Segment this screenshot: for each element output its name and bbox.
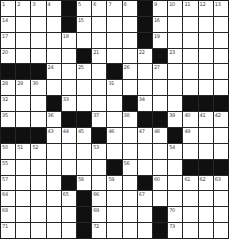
clue-number: 65 (63, 191, 69, 197)
clue-number: 2 (17, 1, 20, 7)
clue-number: 45 (78, 128, 84, 134)
clue-number: 37 (93, 112, 99, 118)
clue-number: 66 (93, 191, 99, 197)
white-cell[interactable] (138, 144, 152, 159)
clue-number: 28 (2, 80, 8, 86)
white-cell[interactable] (92, 96, 106, 111)
white-cell[interactable] (31, 223, 45, 238)
clue-number: 8 (124, 1, 127, 7)
clue-number: 4 (48, 1, 51, 7)
white-cell[interactable] (168, 191, 182, 206)
white-cell[interactable] (168, 80, 182, 95)
clue-number: 36 (48, 112, 54, 118)
white-cell[interactable] (168, 64, 182, 79)
white-cell[interactable] (77, 96, 91, 111)
clue-number: 51 (17, 144, 23, 150)
black-cell (16, 128, 30, 143)
white-cell[interactable]: 13 (214, 1, 228, 16)
white-cell[interactable] (77, 33, 91, 48)
clue-number: 24 (48, 64, 54, 70)
white-cell[interactable] (214, 144, 228, 159)
white-cell[interactable] (107, 112, 121, 127)
clue-number: 19 (154, 33, 160, 39)
white-cell[interactable] (123, 223, 137, 238)
clue-number: 38 (124, 112, 130, 118)
clue-number: 21 (93, 49, 99, 55)
white-cell[interactable]: 46 (107, 128, 121, 143)
white-cell[interactable]: 48 (153, 128, 167, 143)
white-cell[interactable] (123, 176, 137, 191)
black-cell (123, 96, 137, 111)
white-cell[interactable]: 69 (92, 207, 106, 222)
clue-number: 39 (169, 112, 175, 118)
black-cell (107, 64, 121, 79)
white-cell[interactable] (183, 64, 197, 79)
clue-number: 44 (63, 128, 69, 134)
black-cell (77, 207, 91, 222)
clue-number: 43 (48, 128, 54, 134)
white-cell[interactable] (123, 17, 137, 32)
white-cell[interactable]: 17 (1, 33, 15, 48)
white-cell[interactable] (47, 144, 61, 159)
black-cell (153, 49, 167, 64)
white-cell[interactable]: 28 (1, 80, 15, 95)
white-cell[interactable] (92, 160, 106, 175)
white-cell[interactable] (214, 17, 228, 32)
white-cell[interactable] (31, 176, 45, 191)
clue-number: 72 (93, 223, 99, 229)
clue-number: 16 (154, 17, 160, 23)
white-cell[interactable]: 8 (123, 1, 137, 16)
white-cell[interactable] (138, 64, 152, 79)
white-cell[interactable] (16, 191, 30, 206)
white-cell[interactable]: 26 (123, 64, 137, 79)
black-cell (31, 128, 45, 143)
white-cell[interactable]: 7 (107, 1, 121, 16)
crossword-puzzle: 1234567891011121314151617181920212223242… (0, 0, 229, 239)
white-cell[interactable] (31, 49, 45, 64)
white-cell[interactable] (77, 160, 91, 175)
clue-number: 33 (63, 96, 69, 102)
white-cell[interactable] (183, 17, 197, 32)
white-cell[interactable] (47, 49, 61, 64)
black-cell (62, 1, 76, 16)
white-cell[interactable] (168, 160, 182, 175)
white-cell[interactable]: 18 (62, 33, 76, 48)
white-cell[interactable] (214, 207, 228, 222)
black-cell (47, 96, 61, 111)
white-cell[interactable]: 64 (1, 191, 15, 206)
white-cell[interactable] (138, 207, 152, 222)
white-cell[interactable] (92, 17, 106, 32)
black-cell (153, 207, 167, 222)
white-cell[interactable]: 3 (31, 1, 45, 16)
white-cell[interactable]: 72 (92, 223, 106, 238)
white-cell[interactable]: 41 (199, 112, 213, 127)
black-cell (214, 96, 228, 111)
white-cell[interactable]: 29 (16, 80, 30, 95)
white-cell[interactable] (92, 64, 106, 79)
white-cell[interactable]: 54 (168, 144, 182, 159)
black-cell (16, 64, 30, 79)
white-cell[interactable] (123, 49, 137, 64)
white-cell[interactable]: 34 (138, 96, 152, 111)
white-cell[interactable] (153, 191, 167, 206)
black-cell (62, 17, 76, 32)
white-cell[interactable] (183, 144, 197, 159)
white-cell[interactable] (153, 96, 167, 111)
clue-number: 50 (2, 144, 8, 150)
white-cell[interactable]: 4 (47, 1, 61, 16)
clue-number: 73 (169, 223, 175, 229)
white-cell[interactable] (199, 80, 213, 95)
clue-number: 48 (154, 128, 160, 134)
white-cell[interactable] (92, 80, 106, 95)
clue-number: 52 (32, 144, 38, 150)
white-cell[interactable] (199, 17, 213, 32)
clue-number: 22 (139, 49, 145, 55)
clue-number: 1 (2, 1, 5, 7)
white-cell[interactable]: 35 (1, 112, 15, 127)
clue-number: 63 (215, 176, 221, 182)
white-cell[interactable]: 43 (47, 128, 61, 143)
white-cell[interactable]: 62 (199, 176, 213, 191)
white-cell[interactable]: 23 (168, 49, 182, 64)
white-cell[interactable]: 67 (138, 191, 152, 206)
white-cell[interactable]: 63 (214, 176, 228, 191)
black-cell (199, 160, 213, 175)
white-cell[interactable] (168, 176, 182, 191)
white-cell[interactable] (31, 33, 45, 48)
white-cell[interactable] (62, 64, 76, 79)
clue-number: 3 (32, 1, 35, 7)
clue-number: 31 (108, 80, 114, 86)
white-cell[interactable]: 2 (16, 1, 30, 16)
black-cell (62, 112, 76, 127)
black-cell (138, 176, 152, 191)
white-cell[interactable] (168, 96, 182, 111)
clue-number: 67 (139, 191, 145, 197)
white-cell[interactable]: 12 (199, 1, 213, 16)
white-cell[interactable] (62, 49, 76, 64)
clue-number: 18 (63, 33, 69, 39)
white-cell[interactable]: 21 (92, 49, 106, 64)
clue-number: 6 (93, 1, 96, 7)
white-cell[interactable] (183, 33, 197, 48)
white-cell[interactable]: 49 (183, 128, 197, 143)
white-cell[interactable] (199, 33, 213, 48)
black-cell (183, 96, 197, 111)
black-cell (107, 160, 121, 175)
white-cell[interactable] (31, 191, 45, 206)
white-cell[interactable] (92, 176, 106, 191)
white-cell[interactable] (107, 49, 121, 64)
white-cell[interactable]: 1 (1, 1, 15, 16)
clue-number: 13 (215, 1, 221, 7)
white-cell[interactable]: 73 (168, 223, 182, 238)
white-cell[interactable] (31, 96, 45, 111)
white-cell[interactable] (16, 176, 30, 191)
clue-number: 46 (108, 128, 114, 134)
white-cell[interactable] (168, 33, 182, 48)
black-cell (92, 128, 106, 143)
white-cell[interactable]: 19 (153, 33, 167, 48)
white-cell[interactable] (47, 223, 61, 238)
white-cell[interactable]: 5 (77, 1, 91, 16)
clue-number: 53 (93, 144, 99, 150)
white-cell[interactable] (16, 17, 30, 32)
clue-number: 32 (2, 96, 8, 102)
black-cell (153, 223, 167, 238)
white-cell[interactable] (199, 223, 213, 238)
white-cell[interactable] (62, 207, 76, 222)
white-cell[interactable] (16, 112, 30, 127)
clue-number: 7 (108, 1, 111, 7)
white-cell[interactable]: 40 (183, 112, 197, 127)
white-cell[interactable] (107, 223, 121, 238)
white-cell[interactable] (16, 207, 30, 222)
white-cell[interactable] (16, 96, 30, 111)
white-cell[interactable]: 42 (214, 112, 228, 127)
white-cell[interactable] (107, 207, 121, 222)
white-cell[interactable]: 22 (138, 49, 152, 64)
white-cell[interactable] (199, 207, 213, 222)
clue-number: 26 (124, 64, 130, 70)
black-cell (77, 49, 91, 64)
clue-number: 56 (124, 160, 130, 166)
clue-number: 47 (139, 128, 145, 134)
clue-number: 61 (184, 176, 190, 182)
clue-number: 14 (2, 17, 8, 23)
white-cell[interactable]: 31 (107, 80, 121, 95)
white-cell[interactable] (199, 128, 213, 143)
white-cell[interactable] (16, 33, 30, 48)
white-cell[interactable] (199, 144, 213, 159)
white-cell[interactable] (47, 207, 61, 222)
white-cell[interactable] (214, 64, 228, 79)
white-cell[interactable] (123, 144, 137, 159)
white-cell[interactable]: 47 (138, 128, 152, 143)
white-cell[interactable] (31, 17, 45, 32)
clue-number: 30 (32, 80, 38, 86)
white-cell[interactable] (123, 33, 137, 48)
white-cell[interactable]: 53 (92, 144, 106, 159)
white-cell[interactable]: 60 (153, 176, 167, 191)
white-cell[interactable] (47, 33, 61, 48)
clue-number: 55 (2, 160, 8, 166)
white-cell[interactable] (31, 207, 45, 222)
white-cell[interactable] (62, 160, 76, 175)
clue-number: 5 (78, 1, 81, 7)
white-cell[interactable] (62, 223, 76, 238)
white-cell[interactable] (77, 80, 91, 95)
white-cell[interactable] (138, 160, 152, 175)
white-cell[interactable]: 14 (1, 17, 15, 32)
clue-number: 49 (184, 128, 190, 134)
white-cell[interactable]: 37 (92, 112, 106, 127)
white-cell[interactable] (183, 191, 197, 206)
black-cell (1, 64, 15, 79)
white-cell[interactable]: 52 (31, 144, 45, 159)
black-cell (214, 160, 228, 175)
white-cell[interactable] (47, 176, 61, 191)
white-cell[interactable] (123, 80, 137, 95)
clue-number: 20 (2, 49, 8, 55)
white-cell[interactable]: 70 (168, 207, 182, 222)
clue-number: 54 (169, 144, 175, 150)
white-cell[interactable] (138, 223, 152, 238)
clue-number: 60 (154, 176, 160, 182)
white-cell[interactable]: 32 (1, 96, 15, 111)
clue-number: 17 (2, 33, 8, 39)
black-cell (153, 112, 167, 127)
black-cell (77, 191, 91, 206)
white-cell[interactable]: 25 (77, 64, 91, 79)
clue-number: 11 (184, 1, 190, 7)
black-cell (31, 64, 45, 79)
clue-number: 9 (154, 1, 157, 7)
white-cell[interactable]: 16 (153, 17, 167, 32)
white-cell[interactable]: 38 (123, 112, 137, 127)
white-cell[interactable]: 59 (107, 176, 121, 191)
clue-number: 34 (139, 96, 145, 102)
white-cell[interactable] (16, 49, 30, 64)
white-cell[interactable]: 56 (123, 160, 137, 175)
white-cell[interactable] (47, 17, 61, 32)
clue-number: 57 (2, 176, 8, 182)
crossword-grid: 1234567891011121314151617181920212223242… (0, 0, 229, 239)
white-cell[interactable] (153, 80, 167, 95)
white-cell[interactable] (107, 191, 121, 206)
clue-number: 64 (2, 191, 8, 197)
white-cell[interactable]: 15 (77, 17, 91, 32)
white-cell[interactable] (107, 144, 121, 159)
clue-number: 42 (215, 112, 221, 118)
white-cell[interactable]: 66 (92, 191, 106, 206)
white-cell[interactable] (153, 160, 167, 175)
black-cell (168, 128, 182, 143)
black-cell (138, 1, 152, 16)
clue-number: 23 (169, 49, 175, 55)
white-cell[interactable] (183, 207, 197, 222)
clue-number: 12 (200, 1, 206, 7)
white-cell[interactable] (214, 128, 228, 143)
white-cell[interactable] (92, 33, 106, 48)
white-cell[interactable]: 61 (183, 176, 197, 191)
white-cell[interactable] (123, 191, 137, 206)
black-cell (183, 160, 197, 175)
clue-number: 35 (2, 112, 8, 118)
white-cell[interactable]: 6 (92, 1, 106, 16)
white-cell[interactable]: 39 (168, 112, 182, 127)
white-cell[interactable] (183, 49, 197, 64)
black-cell (138, 17, 152, 32)
white-cell[interactable] (214, 191, 228, 206)
clue-number: 59 (108, 176, 114, 182)
white-cell[interactable]: 58 (77, 176, 91, 191)
clue-number: 10 (169, 1, 175, 7)
clue-number: 62 (200, 176, 206, 182)
white-cell[interactable] (123, 207, 137, 222)
white-cell[interactable] (16, 223, 30, 238)
white-cell[interactable]: 71 (1, 223, 15, 238)
black-cell (199, 96, 213, 111)
white-cell[interactable]: 65 (62, 191, 76, 206)
white-cell[interactable] (107, 96, 121, 111)
white-cell[interactable] (199, 191, 213, 206)
white-cell[interactable] (214, 80, 228, 95)
white-cell[interactable] (199, 49, 213, 64)
white-cell[interactable] (62, 144, 76, 159)
white-cell[interactable]: 55 (1, 160, 15, 175)
white-cell[interactable] (138, 80, 152, 95)
white-cell[interactable] (47, 80, 61, 95)
white-cell[interactable]: 36 (47, 112, 61, 127)
white-cell[interactable]: 24 (47, 64, 61, 79)
white-cell[interactable] (77, 144, 91, 159)
white-cell[interactable]: 33 (62, 96, 76, 111)
clue-number: 27 (154, 64, 160, 70)
white-cell[interactable]: 10 (168, 1, 182, 16)
white-cell[interactable] (107, 33, 121, 48)
clue-number: 29 (17, 80, 23, 86)
white-cell[interactable]: 51 (16, 144, 30, 159)
white-cell[interactable] (16, 160, 30, 175)
clue-number: 25 (78, 64, 84, 70)
black-cell (138, 33, 152, 48)
white-cell[interactable] (153, 144, 167, 159)
white-cell[interactable] (107, 17, 121, 32)
clue-number: 40 (184, 112, 190, 118)
white-cell[interactable] (214, 223, 228, 238)
white-cell[interactable]: 30 (31, 80, 45, 95)
white-cell[interactable]: 68 (1, 207, 15, 222)
white-cell[interactable]: 45 (77, 128, 91, 143)
white-cell[interactable]: 27 (153, 64, 167, 79)
clue-number: 69 (93, 207, 99, 213)
white-cell[interactable] (168, 17, 182, 32)
white-cell[interactable] (183, 80, 197, 95)
white-cell[interactable]: 20 (1, 49, 15, 64)
black-cell (138, 112, 152, 127)
white-cell[interactable]: 9 (153, 1, 167, 16)
white-cell[interactable] (199, 64, 213, 79)
clue-number: 15 (78, 17, 84, 23)
black-cell (77, 112, 91, 127)
clue-number: 58 (78, 176, 84, 182)
white-cell[interactable] (214, 33, 228, 48)
white-cell[interactable] (31, 112, 45, 127)
white-cell[interactable] (47, 191, 61, 206)
clue-number: 71 (2, 223, 8, 229)
white-cell[interactable] (183, 223, 197, 238)
black-cell (62, 176, 76, 191)
clue-number: 68 (2, 207, 8, 213)
white-cell[interactable]: 50 (1, 144, 15, 159)
white-cell[interactable]: 44 (62, 128, 76, 143)
clue-number: 70 (169, 207, 175, 213)
white-cell[interactable] (31, 160, 45, 175)
white-cell[interactable] (62, 80, 76, 95)
white-cell[interactable]: 57 (1, 176, 15, 191)
white-cell[interactable] (214, 49, 228, 64)
white-cell[interactable] (123, 128, 137, 143)
white-cell[interactable]: 11 (183, 1, 197, 16)
clue-number: 41 (200, 112, 206, 118)
black-cell (77, 223, 91, 238)
black-cell (1, 128, 15, 143)
white-cell[interactable] (47, 160, 61, 175)
